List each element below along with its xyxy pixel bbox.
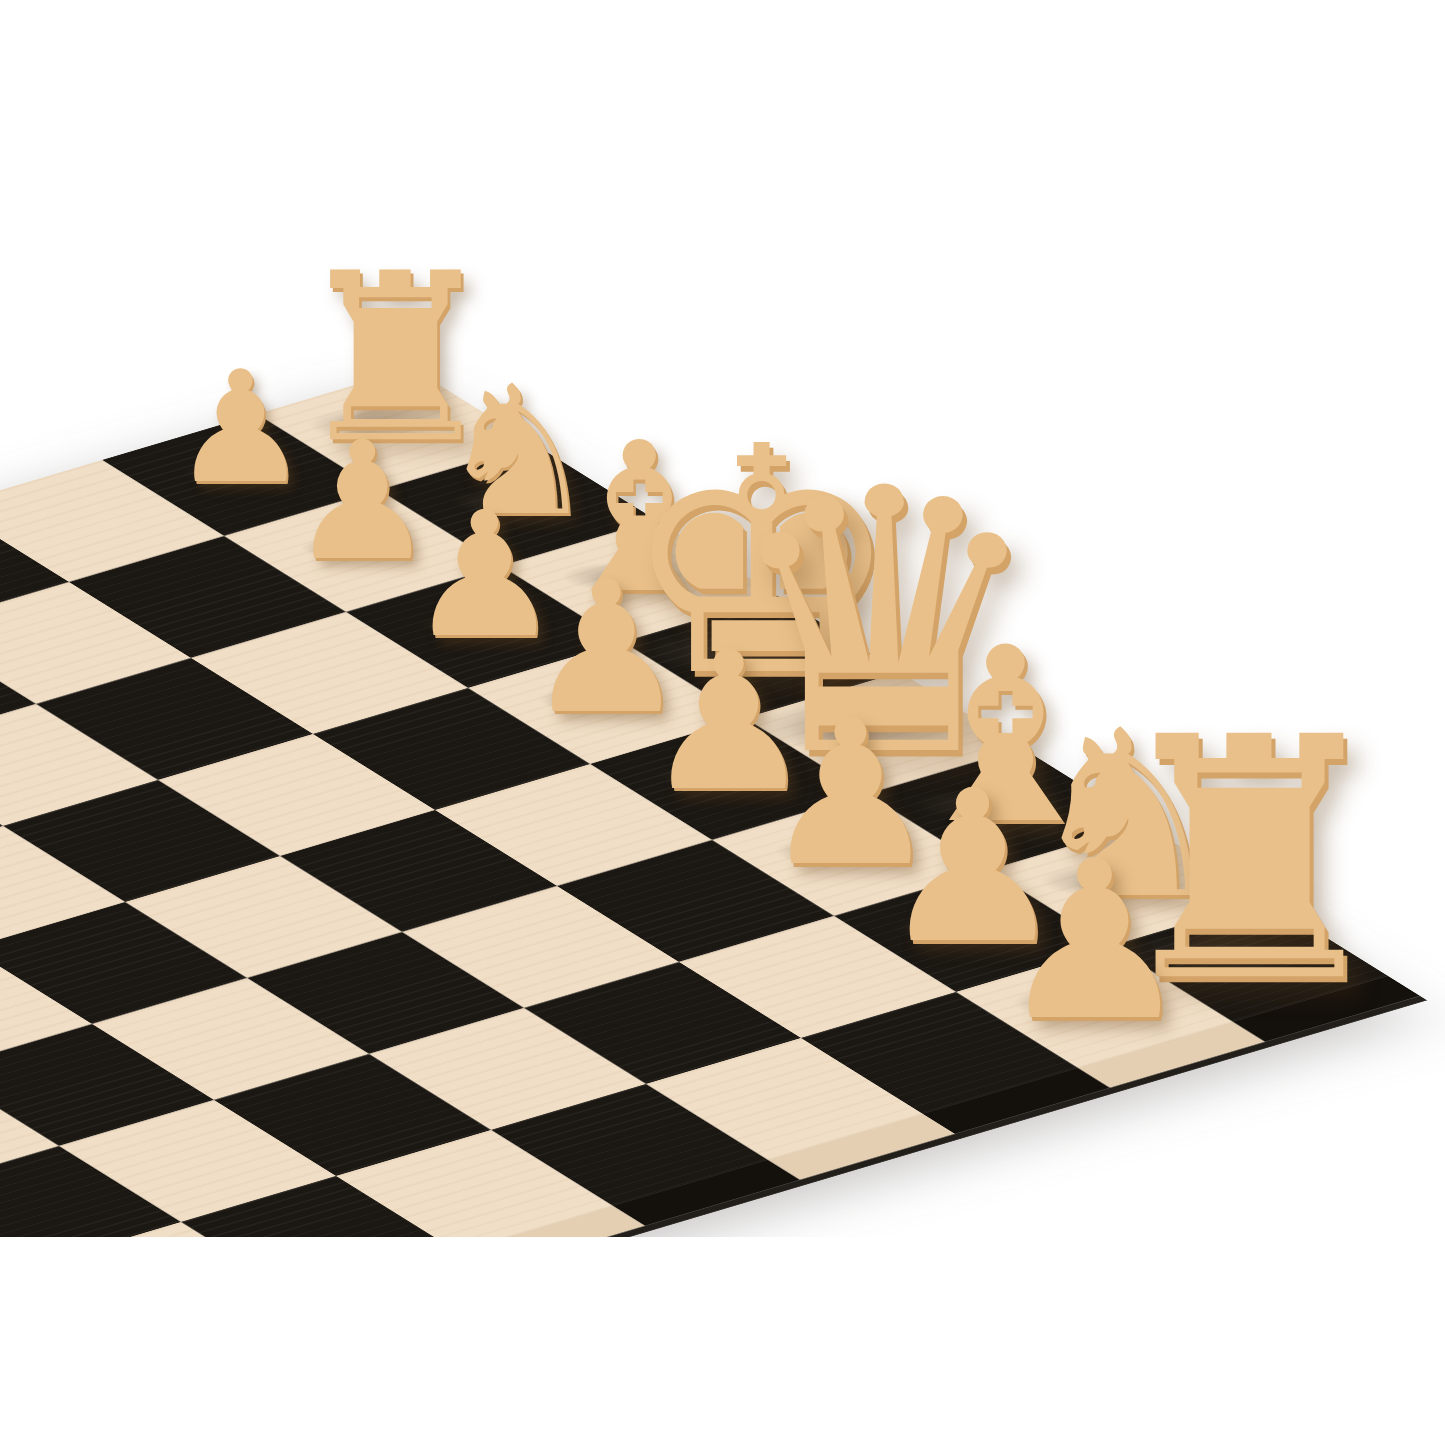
- photo-bottom-crop: [0, 1237, 1445, 1445]
- board-perspective-wrapper: [0, 368, 1420, 1364]
- product-photo: ♜♞♝♛♚♝♞♜♟♟♟♟♟♟♟♟: [0, 0, 1445, 1445]
